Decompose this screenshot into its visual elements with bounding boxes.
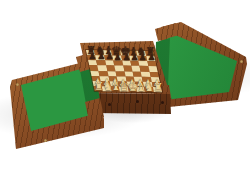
black-pawn[interactable]: ♟ <box>89 52 97 61</box>
black-pawn[interactable]: ♟ <box>114 53 122 62</box>
front-screw-dot <box>161 101 164 104</box>
board-square[interactable]: ♜ <box>94 86 103 91</box>
brass-hinge-pin <box>16 83 19 86</box>
board-square[interactable]: ♟ <box>121 56 130 61</box>
product-photo-chess-set: ♜♞♝♛♚♝♞♜♟♟♟♟♟♟♟♟♟♟♟♟♟♟♟♟♜♞♝♛♚♝♞♜ <box>0 0 250 180</box>
brass-hinge-pin <box>240 60 243 63</box>
board-square[interactable]: ♟ <box>146 56 155 61</box>
board-square[interactable]: ♜ <box>152 87 161 92</box>
front-screw-dot <box>108 103 111 106</box>
brass-hinge-pin <box>44 139 47 142</box>
board-square[interactable]: ♟ <box>138 56 147 61</box>
board-square[interactable]: ♞ <box>144 87 153 92</box>
board-square[interactable]: ♟ <box>112 56 121 61</box>
front-screw-dot <box>136 100 139 103</box>
black-pawn[interactable]: ♟ <box>131 53 139 62</box>
black-pawn[interactable]: ♟ <box>122 53 130 62</box>
board-square[interactable]: ♟ <box>129 56 138 61</box>
black-pawn[interactable]: ♟ <box>97 52 105 61</box>
black-pawn[interactable]: ♟ <box>105 53 113 62</box>
white-rook[interactable]: ♜ <box>153 82 163 93</box>
chess-board[interactable]: ♜♞♝♛♚♝♞♜♟♟♟♟♟♟♟♟♟♟♟♟♟♟♟♟♜♞♝♛♚♝♞♜ <box>86 50 162 92</box>
board-square[interactable]: ♟ <box>104 55 113 60</box>
black-pawn[interactable]: ♟ <box>147 53 155 62</box>
board-square[interactable]: ♟ <box>95 55 104 60</box>
board-square[interactable]: ♟ <box>87 55 96 60</box>
black-pawn[interactable]: ♟ <box>139 53 147 62</box>
